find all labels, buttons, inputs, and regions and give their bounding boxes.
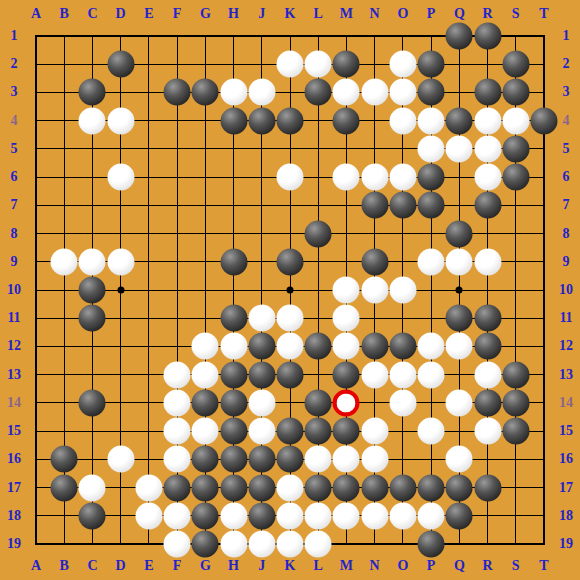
stone-white-j15 [248,418,275,445]
coord-label: 3 [552,84,580,100]
stone-black-q17 [446,474,473,501]
coord-label-purple: 4 [0,113,28,129]
stone-black-o12 [389,333,416,360]
stone-black-r11 [474,305,501,332]
coord-label: D [107,558,135,574]
coord-label: 5 [552,141,580,157]
stone-white-f19 [164,531,191,558]
stone-black-c10 [79,277,106,304]
stone-white-g13 [192,361,219,388]
coord-label: R [474,558,502,574]
stone-white-r6 [474,164,501,191]
stone-black-r12 [474,333,501,360]
stone-white-p13 [418,361,445,388]
stone-black-t4 [531,107,558,134]
coord-label: H [220,558,248,574]
coord-label: 12 [0,338,28,354]
stone-black-s14 [502,389,529,416]
stone-black-j17 [248,474,275,501]
stone-white-k17 [277,474,304,501]
stone-white-k19 [277,531,304,558]
stone-black-k16 [277,446,304,473]
stone-black-s6 [502,164,529,191]
stone-black-g18 [192,502,219,529]
stone-black-l12 [305,333,332,360]
coord-label: 8 [0,226,28,242]
coord-label: J [248,558,276,574]
stone-black-c18 [79,502,106,529]
coord-label: O [389,558,417,574]
stone-black-j16 [248,446,275,473]
coord-label: K [276,558,304,574]
stone-white-l16 [305,446,332,473]
coord-label: N [361,558,389,574]
stone-white-j14 [248,389,275,416]
stone-white-h12 [220,333,247,360]
stone-white-b9 [51,248,78,275]
stone-white-m18 [333,502,360,529]
stone-white-m6 [333,164,360,191]
coord-label: C [78,6,106,22]
stone-white-f16 [164,446,191,473]
stone-white-p4 [418,107,445,134]
stone-black-h14 [220,389,247,416]
stone-black-h16 [220,446,247,473]
stone-black-p3 [418,79,445,106]
coord-label: M [332,6,360,22]
stone-white-l2 [305,51,332,78]
coord-label: O [389,6,417,22]
stone-white-o2 [389,51,416,78]
stone-black-f3 [164,79,191,106]
stone-black-s3 [502,79,529,106]
stone-black-l14 [305,389,332,416]
stone-black-m13 [333,361,360,388]
stone-white-n18 [361,502,388,529]
stone-white-d16 [107,446,134,473]
stone-white-l19 [305,531,332,558]
stone-black-k13 [277,361,304,388]
stone-black-n12 [361,333,388,360]
stone-white-r9 [474,248,501,275]
stone-white-m11 [333,305,360,332]
stone-white-q16 [446,446,473,473]
coord-label: P [417,558,445,574]
stone-white-n15 [361,418,388,445]
stone-black-l15 [305,418,332,445]
stone-black-g17 [192,474,219,501]
coord-label: E [135,6,163,22]
coord-label: 5 [0,141,28,157]
stone-white-r15 [474,418,501,445]
stone-black-j13 [248,361,275,388]
coord-label: 3 [0,84,28,100]
stone-white-last-move-m14 [333,389,360,416]
stone-white-m10 [333,277,360,304]
coord-label: 19 [552,536,580,552]
stone-black-m15 [333,418,360,445]
coord-label: 9 [0,254,28,270]
stone-white-g12 [192,333,219,360]
coord-label: 9 [552,254,580,270]
coord-label: 8 [552,226,580,242]
coord-label: 7 [0,197,28,213]
stone-white-f15 [164,418,191,445]
coord-label: 6 [552,169,580,185]
stone-white-j3 [248,79,275,106]
stone-black-r14 [474,389,501,416]
stone-white-j11 [248,305,275,332]
stone-white-l18 [305,502,332,529]
stone-white-h18 [220,502,247,529]
stone-white-p9 [418,248,445,275]
stone-white-r4 [474,107,501,134]
stone-white-o3 [389,79,416,106]
coord-label: F [163,6,191,22]
stone-white-p12 [418,333,445,360]
stone-black-f17 [164,474,191,501]
stone-white-f13 [164,361,191,388]
stone-black-o7 [389,192,416,219]
coord-label: K [276,6,304,22]
stone-white-f14 [164,389,191,416]
stone-white-j19 [248,531,275,558]
stone-black-g16 [192,446,219,473]
stone-white-g15 [192,418,219,445]
stone-black-c3 [79,79,106,106]
coord-label: N [361,6,389,22]
coord-label: B [50,6,78,22]
stone-black-p2 [418,51,445,78]
stone-white-m3 [333,79,360,106]
stone-white-n10 [361,277,388,304]
stone-white-c17 [79,474,106,501]
stone-black-p6 [418,164,445,191]
stone-white-p15 [418,418,445,445]
stone-black-l8 [305,220,332,247]
coord-label: 6 [0,169,28,185]
stone-black-j18 [248,502,275,529]
stone-black-h9 [220,248,247,275]
stone-white-k12 [277,333,304,360]
stone-white-p18 [418,502,445,529]
stone-white-d9 [107,248,134,275]
stone-black-n7 [361,192,388,219]
stone-white-o18 [389,502,416,529]
coord-label: A [22,6,50,22]
stone-white-e18 [135,502,162,529]
stone-white-n13 [361,361,388,388]
stone-black-k4 [277,107,304,134]
stone-white-r5 [474,135,501,162]
coord-label: H [220,6,248,22]
stone-white-d6 [107,164,134,191]
coord-label: 2 [552,56,580,72]
coord-label: 2 [0,56,28,72]
coord-label: 16 [0,451,28,467]
stone-black-m4 [333,107,360,134]
coord-label: P [417,6,445,22]
coord-label: C [78,558,106,574]
stone-white-e17 [135,474,162,501]
stone-black-h17 [220,474,247,501]
stone-black-n17 [361,474,388,501]
coord-label: 17 [552,480,580,496]
stone-black-p7 [418,192,445,219]
stone-white-k18 [277,502,304,529]
coord-label: T [530,558,558,574]
coord-label: 19 [0,536,28,552]
coord-label: E [135,558,163,574]
coord-label: 10 [552,282,580,298]
star-point-k10 [287,287,294,294]
coord-label: Q [445,558,473,574]
stone-black-j12 [248,333,275,360]
star-point-q10 [456,287,463,294]
coord-label: 15 [0,423,28,439]
stone-white-k2 [277,51,304,78]
stone-white-m12 [333,333,360,360]
stone-black-q11 [446,305,473,332]
stone-white-q9 [446,248,473,275]
stone-black-l17 [305,474,332,501]
stone-white-h19 [220,531,247,558]
stone-white-n3 [361,79,388,106]
coord-label: A [22,558,50,574]
stone-white-q5 [446,135,473,162]
coord-label: J [248,6,276,22]
stone-black-k15 [277,418,304,445]
stone-white-s4 [502,107,529,134]
stone-black-h13 [220,361,247,388]
stone-white-q12 [446,333,473,360]
coord-label: G [191,6,219,22]
stone-white-k11 [277,305,304,332]
stone-black-o17 [389,474,416,501]
stone-black-g3 [192,79,219,106]
stone-black-r7 [474,192,501,219]
coord-label: B [50,558,78,574]
coord-label: F [163,558,191,574]
star-point-d10 [117,287,124,294]
coord-label: 11 [552,310,580,326]
coord-label: 12 [552,338,580,354]
coord-label: S [502,558,530,574]
stone-white-o14 [389,389,416,416]
stone-white-m16 [333,446,360,473]
stone-white-h3 [220,79,247,106]
stone-black-p19 [418,531,445,558]
stone-black-s13 [502,361,529,388]
stone-black-k9 [277,248,304,275]
coord-label-purple: 14 [0,395,28,411]
stone-black-c11 [79,305,106,332]
coord-label: M [332,558,360,574]
stone-black-r3 [474,79,501,106]
coord-label: G [191,558,219,574]
coord-label: 15 [552,423,580,439]
coord-label: 13 [552,367,580,383]
stone-black-c14 [79,389,106,416]
stone-black-h4 [220,107,247,134]
coord-label: Q [445,6,473,22]
coord-label: S [502,6,530,22]
stone-black-r1 [474,23,501,50]
stone-black-b17 [51,474,78,501]
stone-black-g19 [192,531,219,558]
stone-white-o4 [389,107,416,134]
coord-label: 1 [552,28,580,44]
stone-white-n6 [361,164,388,191]
coord-label: L [304,558,332,574]
stone-black-s15 [502,418,529,445]
coord-label: 18 [552,508,580,524]
stone-white-k6 [277,164,304,191]
coord-label: 7 [552,197,580,213]
stone-black-h11 [220,305,247,332]
stone-black-s5 [502,135,529,162]
stone-black-q18 [446,502,473,529]
stone-white-r13 [474,361,501,388]
stone-black-m2 [333,51,360,78]
stone-black-d2 [107,51,134,78]
go-board[interactable]: ABCDEFGHJKLMNOPQRST ABCDEFGHJKLMNOPQRST … [0,0,580,580]
stone-black-l3 [305,79,332,106]
coord-label: 16 [552,451,580,467]
stone-white-c9 [79,248,106,275]
stone-black-n9 [361,248,388,275]
stone-black-g14 [192,389,219,416]
coord-label: L [304,6,332,22]
stone-black-s2 [502,51,529,78]
stone-black-p17 [418,474,445,501]
stone-white-o10 [389,277,416,304]
stone-white-n16 [361,446,388,473]
coord-label: T [530,6,558,22]
coord-label: D [107,6,135,22]
stone-white-d4 [107,107,134,134]
stone-white-c4 [79,107,106,134]
stone-black-b16 [51,446,78,473]
stone-black-q1 [446,23,473,50]
coord-label: R [474,6,502,22]
stone-black-r17 [474,474,501,501]
stone-white-p5 [418,135,445,162]
stone-black-j4 [248,107,275,134]
stone-white-o6 [389,164,416,191]
coord-label: 1 [0,28,28,44]
coord-label: 18 [0,508,28,524]
stone-white-q14 [446,389,473,416]
stone-white-f18 [164,502,191,529]
coord-label-purple: 14 [552,395,580,411]
coord-label: 13 [0,367,28,383]
stone-black-q8 [446,220,473,247]
coord-label: 11 [0,310,28,326]
stone-black-q4 [446,107,473,134]
stone-black-m17 [333,474,360,501]
coord-label: 10 [0,282,28,298]
coord-label: 17 [0,480,28,496]
stone-white-o13 [389,361,416,388]
stone-black-h15 [220,418,247,445]
